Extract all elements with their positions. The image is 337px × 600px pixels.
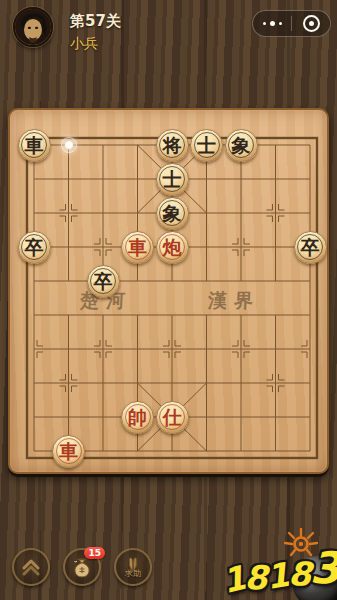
xiangqi-board[interactable]: 楚河 漢界 車将士象士象卒車炮卒卒帥仕車 [8, 108, 329, 474]
ask-help-label: 求助 [125, 570, 141, 578]
avatar[interactable] [13, 7, 53, 47]
piece-black-卒[interactable]: 卒 [18, 231, 51, 264]
more-button[interactable] [253, 11, 291, 36]
site-watermark: 18183 [222, 528, 337, 600]
sun-icon [284, 528, 318, 558]
piece-black-士[interactable]: 士 [156, 163, 189, 196]
collapse-button[interactable] [12, 548, 50, 586]
exit-button[interactable] [292, 11, 330, 36]
piece-black-卒[interactable]: 卒 [87, 265, 120, 298]
piece-black-車[interactable]: 車 [18, 129, 51, 162]
level-label: 第57关 [70, 12, 121, 31]
avatar-face-icon [15, 9, 51, 45]
wechat-capsule [252, 10, 331, 37]
piece-red-車[interactable]: 車 [121, 231, 154, 264]
piece-red-帥[interactable]: 帥 [121, 401, 154, 434]
piece-black-将[interactable]: 将 [156, 129, 189, 162]
piece-black-卒[interactable]: 卒 [294, 231, 327, 264]
chevron-up-icon [21, 558, 41, 576]
exit-circle-icon [303, 15, 320, 32]
piece-red-炮[interactable]: 炮 [156, 231, 189, 264]
watermark-sphere-icon [292, 556, 337, 600]
piece-red-仕[interactable]: 仕 [156, 401, 189, 434]
hint-count-badge: 15 [84, 547, 105, 559]
rank-label: 小兵 [70, 35, 98, 53]
piece-black-士[interactable]: 士 [190, 129, 223, 162]
last-move-indicator [65, 141, 73, 149]
piece-black-象[interactable]: 象 [156, 197, 189, 230]
ask-help-button[interactable]: 求助 [114, 548, 152, 586]
more-dots-icon [263, 21, 282, 26]
piece-black-象[interactable]: 象 [225, 129, 258, 162]
hint-bag-button[interactable]: 15 [63, 548, 101, 586]
watermark-text: 18183 [220, 541, 337, 600]
piece-red-車[interactable]: 車 [52, 435, 85, 468]
xiangqi-level-screen: { "game": "xiangqi", "position": "r3kab2… [0, 0, 337, 600]
river-label-han: 漢界 [207, 288, 260, 314]
